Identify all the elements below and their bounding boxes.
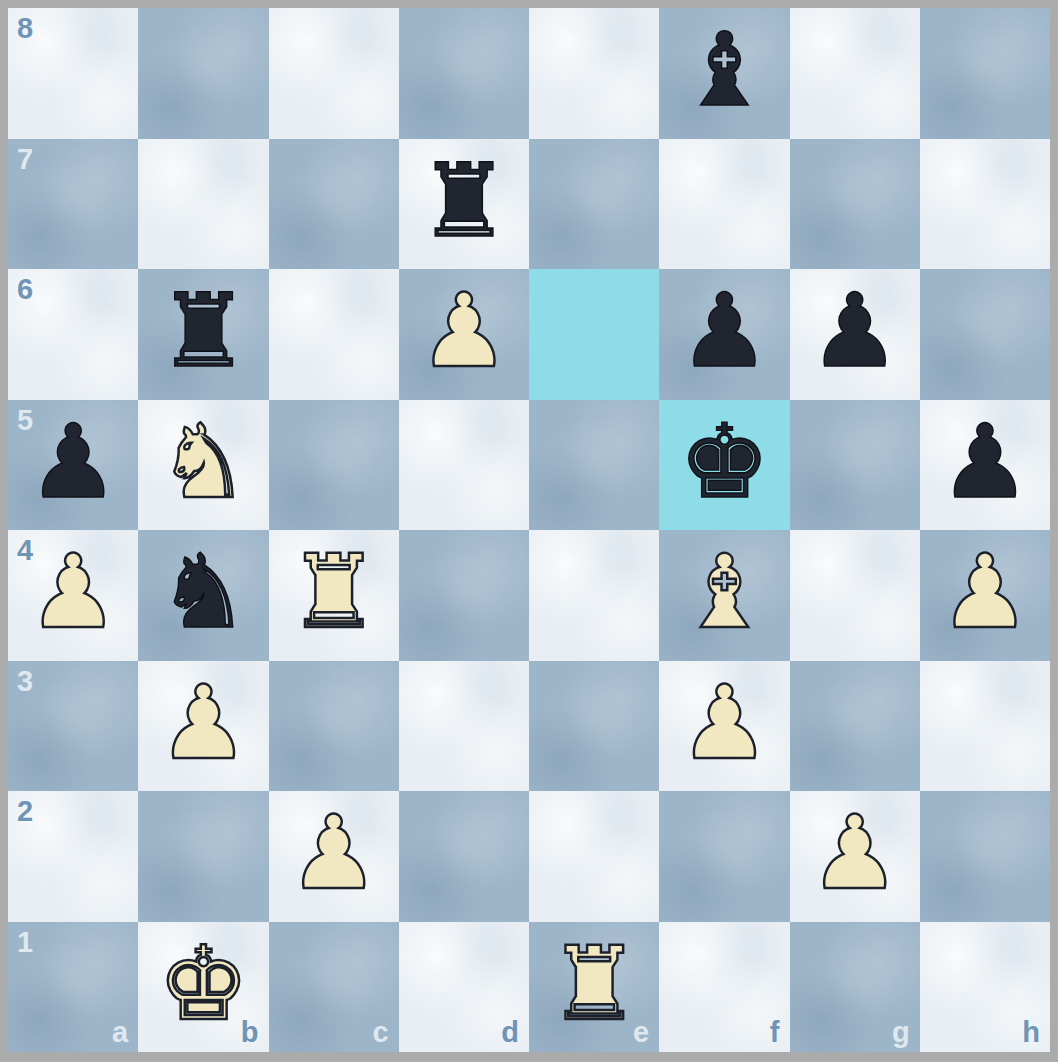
black-rook[interactable]: ♜ [418, 150, 509, 252]
file-label-a: a [112, 1018, 128, 1047]
file-label-c: c [373, 1018, 389, 1047]
square-h6[interactable] [920, 269, 1050, 400]
square-h2[interactable] [920, 791, 1050, 922]
square-f7[interactable] [659, 139, 789, 270]
rank-label-6: 6 [17, 275, 33, 304]
square-g3[interactable] [790, 661, 920, 792]
rank-label-4: 4 [17, 536, 33, 565]
white-rook[interactable]: ♜ [288, 541, 379, 643]
square-g1[interactable]: g [790, 922, 920, 1053]
rank-label-3: 3 [17, 667, 33, 696]
black-bishop[interactable]: ♝ [679, 19, 770, 121]
square-h3[interactable] [920, 661, 1050, 792]
square-b2[interactable] [138, 791, 268, 922]
square-a4[interactable]: ♟4 [8, 530, 138, 661]
white-pawn[interactable]: ♟ [809, 802, 900, 904]
square-b3[interactable]: ♟ [138, 661, 268, 792]
square-h8[interactable] [920, 8, 1050, 139]
black-knight[interactable]: ♞ [158, 541, 249, 643]
black-pawn[interactable]: ♟ [939, 411, 1030, 513]
rank-label-2: 2 [17, 797, 33, 826]
square-e6[interactable] [529, 269, 659, 400]
rank-label-1: 1 [17, 928, 33, 957]
square-d1[interactable]: d [399, 922, 529, 1053]
square-a7[interactable]: 7 [8, 139, 138, 270]
square-h5[interactable]: ♟ [920, 400, 1050, 531]
square-b8[interactable] [138, 8, 268, 139]
white-pawn[interactable]: ♟ [27, 541, 118, 643]
square-d5[interactable] [399, 400, 529, 531]
square-h4[interactable]: ♟ [920, 530, 1050, 661]
square-c8[interactable] [269, 8, 399, 139]
chess-board[interactable]: 8♝7♜6♜♟♟♟♟5♞♚♟♟4♞♜♝♟3♟♟2♟♟1a♚bcd♜efgh [8, 8, 1050, 1052]
file-label-h: h [1022, 1018, 1040, 1047]
square-f2[interactable] [659, 791, 789, 922]
square-a5[interactable]: ♟5 [8, 400, 138, 531]
square-b5[interactable]: ♞ [138, 400, 268, 531]
file-label-e: e [633, 1018, 649, 1047]
square-b6[interactable]: ♜ [138, 269, 268, 400]
black-pawn[interactable]: ♟ [809, 280, 900, 382]
white-king[interactable]: ♚ [158, 933, 249, 1035]
white-pawn[interactable]: ♟ [158, 672, 249, 774]
white-pawn[interactable]: ♟ [939, 541, 1030, 643]
square-d6[interactable]: ♟ [399, 269, 529, 400]
white-pawn[interactable]: ♟ [418, 280, 509, 382]
file-label-b: b [241, 1018, 259, 1047]
square-c7[interactable] [269, 139, 399, 270]
square-g5[interactable] [790, 400, 920, 531]
square-a3[interactable]: 3 [8, 661, 138, 792]
square-b4[interactable]: ♞ [138, 530, 268, 661]
square-e5[interactable] [529, 400, 659, 531]
square-c6[interactable] [269, 269, 399, 400]
square-g7[interactable] [790, 139, 920, 270]
square-g2[interactable]: ♟ [790, 791, 920, 922]
square-e2[interactable] [529, 791, 659, 922]
file-label-d: d [501, 1018, 519, 1047]
board-frame: 8♝7♜6♜♟♟♟♟5♞♚♟♟4♞♜♝♟3♟♟2♟♟1a♚bcd♜efgh [0, 0, 1058, 1062]
square-a6[interactable]: 6 [8, 269, 138, 400]
square-c2[interactable]: ♟ [269, 791, 399, 922]
rank-label-7: 7 [17, 145, 33, 174]
square-h7[interactable] [920, 139, 1050, 270]
rank-label-5: 5 [17, 406, 33, 435]
square-b1[interactable]: ♚b [138, 922, 268, 1053]
square-c4[interactable]: ♜ [269, 530, 399, 661]
square-c3[interactable] [269, 661, 399, 792]
square-c1[interactable]: c [269, 922, 399, 1053]
square-g6[interactable]: ♟ [790, 269, 920, 400]
square-g4[interactable] [790, 530, 920, 661]
square-d2[interactable] [399, 791, 529, 922]
square-e4[interactable] [529, 530, 659, 661]
square-e3[interactable] [529, 661, 659, 792]
black-king[interactable]: ♚ [679, 411, 770, 513]
square-f3[interactable]: ♟ [659, 661, 789, 792]
square-c5[interactable] [269, 400, 399, 531]
square-a8[interactable]: 8 [8, 8, 138, 139]
square-e8[interactable] [529, 8, 659, 139]
square-a2[interactable]: 2 [8, 791, 138, 922]
black-rook[interactable]: ♜ [158, 280, 249, 382]
square-d8[interactable] [399, 8, 529, 139]
square-d7[interactable]: ♜ [399, 139, 529, 270]
white-knight[interactable]: ♞ [158, 411, 249, 513]
white-pawn[interactable]: ♟ [679, 672, 770, 774]
file-label-g: g [892, 1018, 910, 1047]
square-d4[interactable] [399, 530, 529, 661]
white-rook[interactable]: ♜ [548, 933, 639, 1035]
square-d3[interactable] [399, 661, 529, 792]
square-e1[interactable]: ♜e [529, 922, 659, 1053]
square-f6[interactable]: ♟ [659, 269, 789, 400]
square-h1[interactable]: h [920, 922, 1050, 1053]
file-label-f: f [770, 1018, 780, 1047]
square-b7[interactable] [138, 139, 268, 270]
square-f8[interactable]: ♝ [659, 8, 789, 139]
black-pawn[interactable]: ♟ [679, 280, 770, 382]
square-a1[interactable]: 1a [8, 922, 138, 1053]
black-pawn[interactable]: ♟ [27, 411, 118, 513]
square-f5[interactable]: ♚ [659, 400, 789, 531]
white-pawn[interactable]: ♟ [288, 802, 379, 904]
square-g8[interactable] [790, 8, 920, 139]
square-f1[interactable]: f [659, 922, 789, 1053]
square-e7[interactable] [529, 139, 659, 270]
white-bishop[interactable]: ♝ [679, 541, 770, 643]
square-f4[interactable]: ♝ [659, 530, 789, 661]
rank-label-8: 8 [17, 14, 33, 43]
